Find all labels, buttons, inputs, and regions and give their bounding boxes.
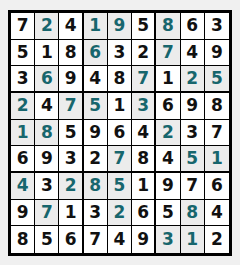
cell-r3c6[interactable]: 7 [132,66,156,93]
cell-r7c4[interactable]: 8 [84,173,108,200]
cell-r5c9[interactable]: 7 [205,120,229,147]
cell-r8c5[interactable]: 2 [108,200,132,227]
cell-r7c3[interactable]: 2 [59,173,83,200]
cell-r9c8[interactable]: 1 [181,226,205,253]
cell-r3c4[interactable]: 4 [84,66,108,93]
cell-r9c2[interactable]: 5 [35,226,59,253]
cell-r3c1[interactable]: 3 [11,66,35,93]
cell-r6c3[interactable]: 3 [59,146,83,173]
cell-r5c8[interactable]: 3 [181,120,205,147]
cell-r4c8[interactable]: 9 [181,93,205,120]
cell-r2c8[interactable]: 4 [181,40,205,67]
cell-r6c6[interactable]: 8 [132,146,156,173]
cell-r6c2[interactable]: 9 [35,146,59,173]
cell-r3c5[interactable]: 8 [108,66,132,93]
cell-r2c2[interactable]: 1 [35,40,59,67]
cell-r4c7[interactable]: 6 [156,93,180,120]
cell-r5c3[interactable]: 5 [59,120,83,147]
cell-r9c5[interactable]: 4 [108,226,132,253]
cell-r4c1[interactable]: 2 [11,93,35,120]
cell-r3c2[interactable]: 6 [35,66,59,93]
cell-r9c6[interactable]: 9 [132,226,156,253]
cell-r4c6[interactable]: 3 [132,93,156,120]
cell-r1c9[interactable]: 3 [205,13,229,40]
cell-r9c7[interactable]: 3 [156,226,180,253]
cell-r1c6[interactable]: 5 [132,13,156,40]
cell-r5c4[interactable]: 9 [84,120,108,147]
cell-r7c9[interactable]: 6 [205,173,229,200]
cell-r6c5[interactable]: 7 [108,146,132,173]
cell-r1c7[interactable]: 8 [156,13,180,40]
cell-r7c8[interactable]: 7 [181,173,205,200]
sudoku-board: 7241958635186327493694871252475136981859… [8,10,232,256]
cell-r4c2[interactable]: 4 [35,93,59,120]
cell-r5c6[interactable]: 4 [132,120,156,147]
cell-r7c6[interactable]: 1 [132,173,156,200]
cell-r6c9[interactable]: 1 [205,146,229,173]
cell-r7c2[interactable]: 3 [35,173,59,200]
cell-r5c7[interactable]: 2 [156,120,180,147]
cell-r4c3[interactable]: 7 [59,93,83,120]
cell-r8c1[interactable]: 9 [11,200,35,227]
cell-r4c4[interactable]: 5 [84,93,108,120]
cell-r8c4[interactable]: 3 [84,200,108,227]
sudoku-grid: 7241958635186327493694871252475136981859… [11,13,229,253]
cell-r2c7[interactable]: 7 [156,40,180,67]
cell-r5c2[interactable]: 8 [35,120,59,147]
cell-r2c5[interactable]: 3 [108,40,132,67]
cell-r3c3[interactable]: 9 [59,66,83,93]
cell-r2c3[interactable]: 8 [59,40,83,67]
cell-r8c2[interactable]: 7 [35,200,59,227]
cell-r8c6[interactable]: 6 [132,200,156,227]
cell-r4c9[interactable]: 8 [205,93,229,120]
cell-r9c9[interactable]: 2 [205,226,229,253]
cell-r8c7[interactable]: 5 [156,200,180,227]
cell-r7c1[interactable]: 4 [11,173,35,200]
cell-r9c1[interactable]: 8 [11,226,35,253]
cell-r9c3[interactable]: 6 [59,226,83,253]
cell-r2c1[interactable]: 5 [11,40,35,67]
cell-r5c5[interactable]: 6 [108,120,132,147]
cell-r5c1[interactable]: 1 [11,120,35,147]
cell-r8c3[interactable]: 1 [59,200,83,227]
cell-r3c8[interactable]: 2 [181,66,205,93]
cell-r6c7[interactable]: 4 [156,146,180,173]
cell-r9c4[interactable]: 7 [84,226,108,253]
cell-r7c5[interactable]: 5 [108,173,132,200]
cell-r2c4[interactable]: 6 [84,40,108,67]
cell-r8c8[interactable]: 8 [181,200,205,227]
cell-r1c8[interactable]: 6 [181,13,205,40]
cell-r8c9[interactable]: 4 [205,200,229,227]
cell-r3c7[interactable]: 1 [156,66,180,93]
cell-r2c6[interactable]: 2 [132,40,156,67]
cell-r6c1[interactable]: 6 [11,146,35,173]
cell-r7c7[interactable]: 9 [156,173,180,200]
cell-r1c4[interactable]: 1 [84,13,108,40]
cell-r6c4[interactable]: 2 [84,146,108,173]
cell-r4c5[interactable]: 1 [108,93,132,120]
cell-r1c3[interactable]: 4 [59,13,83,40]
cell-r1c5[interactable]: 9 [108,13,132,40]
cell-r1c2[interactable]: 2 [35,13,59,40]
cell-r1c1[interactable]: 7 [11,13,35,40]
cell-r3c9[interactable]: 5 [205,66,229,93]
cell-r2c9[interactable]: 9 [205,40,229,67]
cell-r6c8[interactable]: 5 [181,146,205,173]
